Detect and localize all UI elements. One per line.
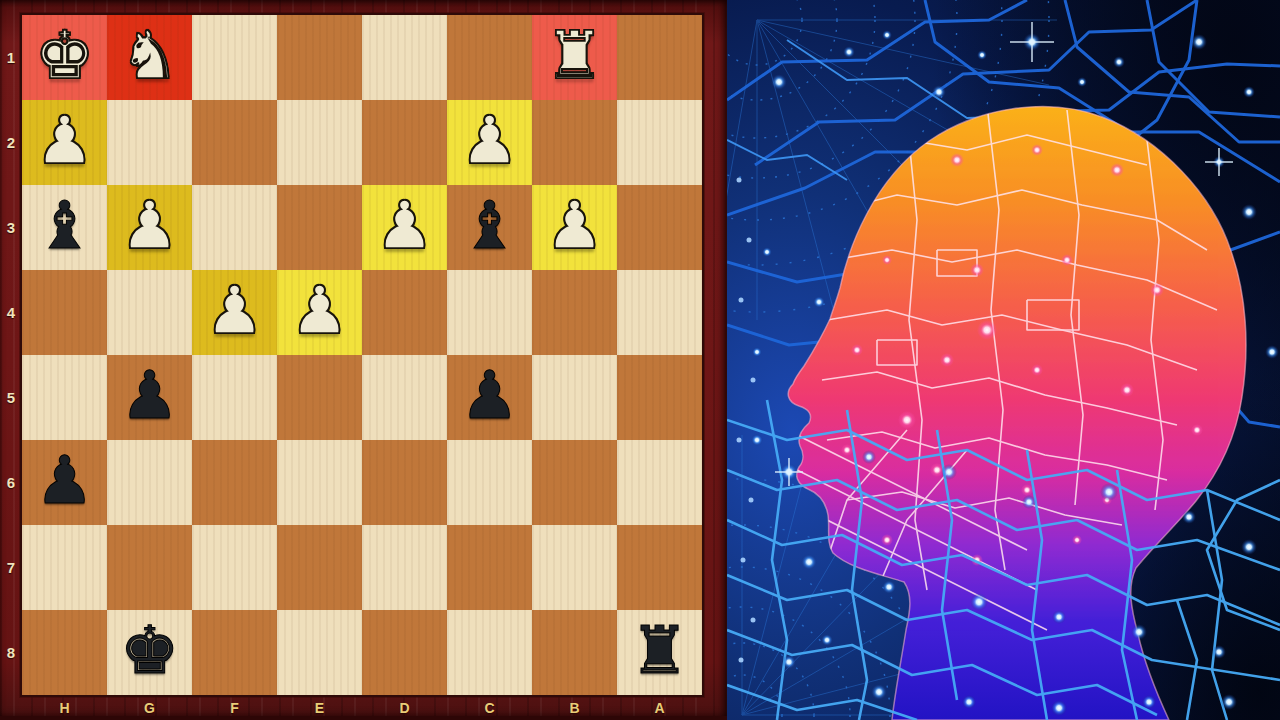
white-rook[interactable]: ♜ bbox=[545, 23, 604, 89]
art-svg bbox=[727, 0, 1280, 720]
rank-label-4: 4 bbox=[0, 270, 22, 355]
white-king[interactable]: ♚ bbox=[35, 23, 94, 89]
square-g2[interactable] bbox=[107, 100, 192, 185]
square-h5[interactable] bbox=[22, 355, 107, 440]
black-king[interactable]: ♚ bbox=[120, 618, 179, 684]
neural-head-artwork bbox=[727, 0, 1280, 720]
black-bishop[interactable]: ♝ bbox=[460, 193, 519, 259]
square-d7[interactable] bbox=[362, 525, 447, 610]
file-label-g: G bbox=[107, 695, 192, 720]
file-label-b: B bbox=[532, 695, 617, 720]
square-g1[interactable]: ♞ bbox=[107, 15, 192, 100]
square-f4[interactable]: ♟ bbox=[192, 270, 277, 355]
square-c2[interactable]: ♟ bbox=[447, 100, 532, 185]
black-pawn[interactable]: ♟ bbox=[460, 363, 519, 429]
square-d2[interactable] bbox=[362, 100, 447, 185]
file-label-e: E bbox=[277, 695, 362, 720]
square-d3[interactable]: ♟ bbox=[362, 185, 447, 270]
square-f2[interactable] bbox=[192, 100, 277, 185]
square-b5[interactable] bbox=[532, 355, 617, 440]
square-f6[interactable] bbox=[192, 440, 277, 525]
black-rook[interactable]: ♜ bbox=[630, 618, 689, 684]
square-c3[interactable]: ♝ bbox=[447, 185, 532, 270]
square-e2[interactable] bbox=[277, 100, 362, 185]
square-h7[interactable] bbox=[22, 525, 107, 610]
white-knight[interactable]: ♞ bbox=[120, 23, 179, 89]
white-pawn[interactable]: ♟ bbox=[35, 108, 94, 174]
square-f5[interactable] bbox=[192, 355, 277, 440]
rank-label-7: 7 bbox=[0, 525, 22, 610]
chess-board-panel: 12345678 ♚♞♜♟♟♝♟♟♝♟♟♟♟♟♟♚♜ HGFEDCBA bbox=[0, 0, 727, 720]
square-e5[interactable] bbox=[277, 355, 362, 440]
white-pawn[interactable]: ♟ bbox=[205, 278, 264, 344]
square-g4[interactable] bbox=[107, 270, 192, 355]
file-label-c: C bbox=[447, 695, 532, 720]
square-g6[interactable] bbox=[107, 440, 192, 525]
square-f1[interactable] bbox=[192, 15, 277, 100]
square-a7[interactable] bbox=[617, 525, 702, 610]
square-h4[interactable] bbox=[22, 270, 107, 355]
square-a1[interactable] bbox=[617, 15, 702, 100]
rank-label-2: 2 bbox=[0, 100, 22, 185]
rank-label-5: 5 bbox=[0, 355, 22, 440]
file-label-f: F bbox=[192, 695, 277, 720]
square-e8[interactable] bbox=[277, 610, 362, 695]
square-b6[interactable] bbox=[532, 440, 617, 525]
square-b1[interactable]: ♜ bbox=[532, 15, 617, 100]
square-c1[interactable] bbox=[447, 15, 532, 100]
square-h8[interactable] bbox=[22, 610, 107, 695]
square-g3[interactable]: ♟ bbox=[107, 185, 192, 270]
square-a4[interactable] bbox=[617, 270, 702, 355]
square-b2[interactable] bbox=[532, 100, 617, 185]
square-h6[interactable]: ♟ bbox=[22, 440, 107, 525]
square-c5[interactable]: ♟ bbox=[447, 355, 532, 440]
file-labels: HGFEDCBA bbox=[22, 695, 702, 720]
square-d4[interactable] bbox=[362, 270, 447, 355]
square-h2[interactable]: ♟ bbox=[22, 100, 107, 185]
square-d1[interactable] bbox=[362, 15, 447, 100]
square-h1[interactable]: ♚ bbox=[22, 15, 107, 100]
square-a2[interactable] bbox=[617, 100, 702, 185]
square-g8[interactable]: ♚ bbox=[107, 610, 192, 695]
square-e7[interactable] bbox=[277, 525, 362, 610]
file-label-h: H bbox=[22, 695, 107, 720]
file-label-d: D bbox=[362, 695, 447, 720]
screenshot-root: 12345678 ♚♞♜♟♟♝♟♟♝♟♟♟♟♟♟♚♜ HGFEDCBA bbox=[0, 0, 1280, 720]
black-bishop[interactable]: ♝ bbox=[35, 193, 94, 259]
square-e6[interactable] bbox=[277, 440, 362, 525]
square-c4[interactable] bbox=[447, 270, 532, 355]
rank-label-1: 1 bbox=[0, 15, 22, 100]
square-h3[interactable]: ♝ bbox=[22, 185, 107, 270]
square-d8[interactable] bbox=[362, 610, 447, 695]
rank-labels: 12345678 bbox=[0, 15, 22, 695]
square-g7[interactable] bbox=[107, 525, 192, 610]
square-a8[interactable]: ♜ bbox=[617, 610, 702, 695]
rank-label-3: 3 bbox=[0, 185, 22, 270]
white-pawn[interactable]: ♟ bbox=[290, 278, 349, 344]
white-pawn[interactable]: ♟ bbox=[375, 193, 434, 259]
square-c7[interactable] bbox=[447, 525, 532, 610]
white-pawn[interactable]: ♟ bbox=[545, 193, 604, 259]
square-e3[interactable] bbox=[277, 185, 362, 270]
square-d6[interactable] bbox=[362, 440, 447, 525]
file-label-a: A bbox=[617, 695, 702, 720]
square-d5[interactable] bbox=[362, 355, 447, 440]
square-c6[interactable] bbox=[447, 440, 532, 525]
square-b3[interactable]: ♟ bbox=[532, 185, 617, 270]
square-e4[interactable]: ♟ bbox=[277, 270, 362, 355]
black-pawn[interactable]: ♟ bbox=[120, 363, 179, 429]
square-a3[interactable] bbox=[617, 185, 702, 270]
square-f7[interactable] bbox=[192, 525, 277, 610]
square-f8[interactable] bbox=[192, 610, 277, 695]
square-a5[interactable] bbox=[617, 355, 702, 440]
rank-label-8: 8 bbox=[0, 610, 22, 695]
square-c8[interactable] bbox=[447, 610, 532, 695]
square-b4[interactable] bbox=[532, 270, 617, 355]
black-pawn[interactable]: ♟ bbox=[35, 448, 94, 514]
white-pawn[interactable]: ♟ bbox=[120, 193, 179, 259]
square-f3[interactable] bbox=[192, 185, 277, 270]
square-b8[interactable] bbox=[532, 610, 617, 695]
square-g5[interactable]: ♟ bbox=[107, 355, 192, 440]
board-grid: ♚♞♜♟♟♝♟♟♝♟♟♟♟♟♟♚♜ bbox=[22, 15, 702, 695]
white-pawn[interactable]: ♟ bbox=[460, 108, 519, 174]
square-b7[interactable] bbox=[532, 525, 617, 610]
square-a6[interactable] bbox=[617, 440, 702, 525]
rank-label-6: 6 bbox=[0, 440, 22, 525]
square-e1[interactable] bbox=[277, 15, 362, 100]
